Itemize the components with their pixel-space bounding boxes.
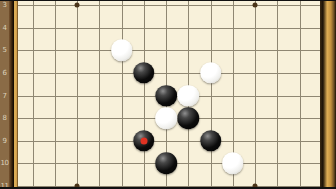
- grid-line-v: [211, 1, 212, 187]
- gomoku-screen: 34567891011: [0, 0, 336, 189]
- black-stone: [155, 153, 177, 175]
- grid-line-v: [277, 1, 278, 187]
- white-stone: [222, 153, 244, 175]
- grid-line-v: [144, 1, 145, 187]
- grid-line-h: [13, 141, 323, 142]
- grid-line-h: [13, 50, 323, 51]
- white-stone: [200, 62, 222, 84]
- grid-line-v: [33, 1, 34, 187]
- grid-line-v: [255, 1, 256, 187]
- board-frame-left: [9, 0, 18, 189]
- grid-line-v: [55, 1, 56, 187]
- white-stone: [155, 107, 177, 129]
- letterbox-top: [0, 0, 336, 1]
- row-label-strip: 34567891011: [0, 0, 9, 189]
- board-frame-right: [320, 0, 336, 189]
- row-label: 8: [0, 115, 9, 122]
- black-stone: [178, 107, 200, 129]
- row-label: 4: [0, 24, 9, 31]
- grid-line-h: [13, 5, 323, 6]
- grid-line-v: [300, 1, 301, 187]
- board[interactable]: [0, 0, 336, 189]
- row-label: 10: [0, 160, 9, 167]
- black-stone: [155, 85, 177, 107]
- star-point: [253, 3, 258, 8]
- black-stone: [200, 130, 222, 152]
- row-label: 6: [0, 69, 9, 76]
- grid-line-v: [122, 1, 123, 187]
- grid-line-h: [13, 73, 323, 74]
- black-stone: [133, 62, 155, 84]
- row-label: 5: [0, 47, 9, 54]
- row-label: 3: [0, 2, 9, 9]
- row-label: 9: [0, 137, 9, 144]
- letterbox-bottom: [0, 187, 336, 189]
- star-point: [75, 3, 80, 8]
- last-move-marker: [140, 137, 147, 144]
- white-stone: [111, 40, 133, 62]
- grid-line-v: [77, 1, 78, 187]
- white-stone: [178, 85, 200, 107]
- grid-line-v: [99, 1, 100, 187]
- row-label: 7: [0, 92, 9, 99]
- grid-line-h: [13, 28, 323, 29]
